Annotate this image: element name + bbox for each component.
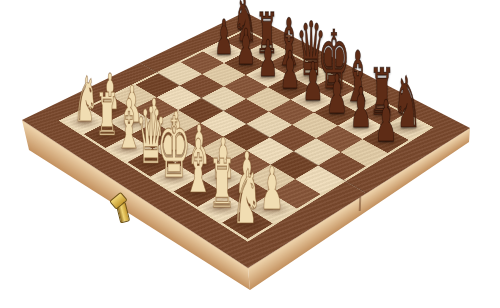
chess-set-product-photo: ♞♜♝♛♚♝♜♞♟♟♟♟♟♟♟♟♟♟♟♟♟♟♟♟♞♜♝♛♚♝♜♞	[0, 0, 500, 308]
piece-black-pawn-c7: ♟	[257, 34, 277, 85]
piece-white-knight-h1: ♞	[232, 160, 262, 235]
piece-white-pawn-h2: ♟	[260, 159, 284, 218]
piece-black-pawn-h7: ♟	[374, 92, 397, 149]
piece-black-pawn-a7: ♟	[214, 12, 233, 60]
piece-black-pawn-f7: ♟	[326, 68, 348, 122]
piece-black-pawn-g7: ♟	[350, 80, 372, 136]
piece-black-pawn-b7: ♟	[236, 23, 256, 72]
piece-black-pawn-d7: ♟	[280, 45, 301, 97]
piece-black-pawn-e7: ♟	[302, 56, 323, 109]
